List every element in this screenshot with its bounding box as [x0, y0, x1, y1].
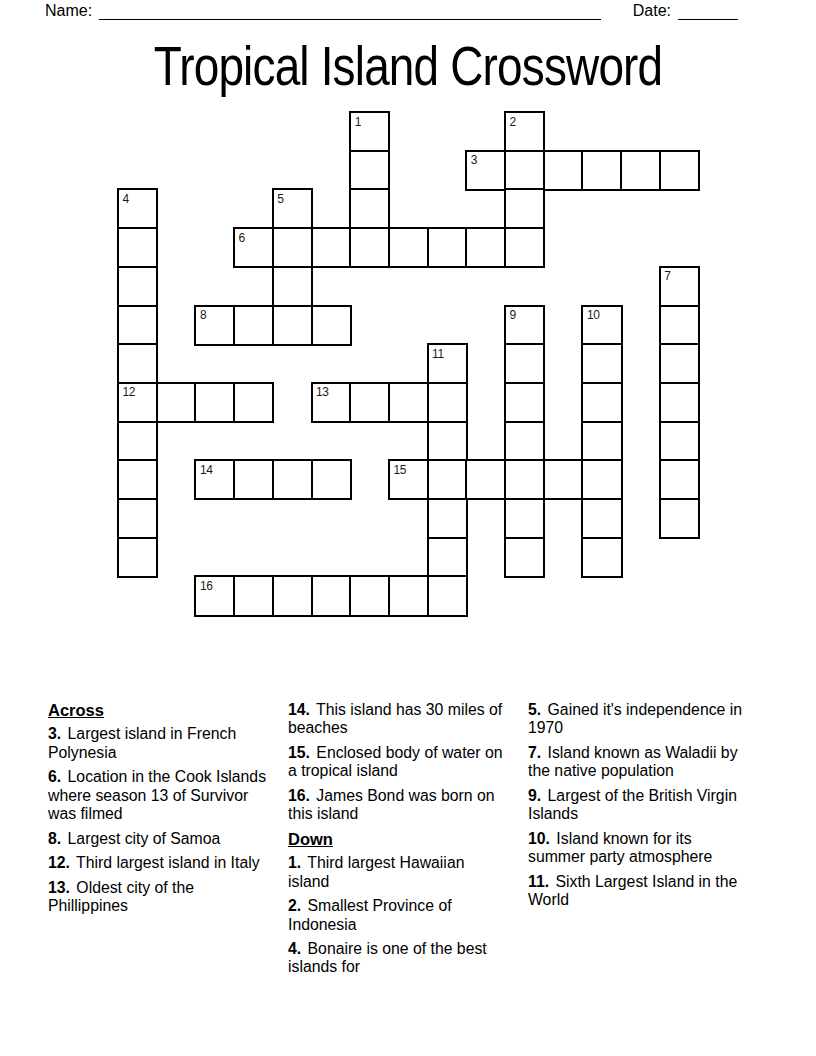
- grid-cell-r9c9[interactable]: [465, 459, 506, 500]
- clue-number: 15.: [288, 744, 310, 761]
- grid-cell-r2c6[interactable]: [349, 188, 390, 229]
- clue-6: 6. Location in the Cook Islands where se…: [48, 768, 267, 823]
- grid-cell-r12c2[interactable]: 16: [194, 575, 235, 616]
- grid-cell-r5c5[interactable]: [311, 305, 352, 346]
- cell-number: 11: [432, 348, 444, 360]
- grid-cell-r5c2[interactable]: 8: [194, 305, 235, 346]
- grid-cell-r7c12[interactable]: [581, 382, 622, 423]
- clue-16: 16. James Bond was born on this island: [288, 787, 507, 824]
- clue-3: 3. Largest island in French Polynesia: [48, 725, 267, 762]
- grid-cell-r3c0[interactable]: [117, 227, 158, 268]
- cell-number: 6: [239, 232, 245, 244]
- clue-text: Enclosed body of water on a tropical isl…: [288, 744, 503, 779]
- clue-number: 6.: [48, 768, 61, 785]
- cell-number: 12: [123, 386, 136, 398]
- cell-number: 3: [471, 154, 477, 166]
- grid-cell-r10c10[interactable]: [504, 498, 545, 539]
- grid-cell-r6c0[interactable]: [117, 343, 158, 384]
- cell-number: 16: [200, 580, 213, 592]
- grid-cell-r7c10[interactable]: [504, 382, 545, 423]
- grid-cell-r9c5[interactable]: [311, 459, 352, 500]
- grid-cell-r10c0[interactable]: [117, 498, 158, 539]
- clue-column-3: 5. Gained it's independence in 19707. Is…: [528, 701, 747, 983]
- grid-cell-r7c5[interactable]: 13: [311, 382, 352, 423]
- grid-cell-r9c12[interactable]: [581, 459, 622, 500]
- grid-cell-r1c9[interactable]: 3: [465, 150, 506, 191]
- clue-text: Third largest island in Italy: [72, 854, 260, 871]
- grid-cell-r10c8[interactable]: [427, 498, 468, 539]
- clue-10: 10. Island known for its summer party at…: [528, 830, 747, 867]
- worksheet-page: { "game": "crossword (blank/unsolved wor…: [0, 0, 816, 1056]
- grid-cell-r12c6[interactable]: [349, 575, 390, 616]
- grid-cell-r9c2[interactable]: 14: [194, 459, 235, 500]
- crossword-grid: 12345678910111213141516: [117, 111, 699, 615]
- grid-cell-r4c0[interactable]: [117, 266, 158, 307]
- cell-number: 2: [510, 116, 516, 128]
- clues-section: Across3. Largest island in French Polyne…: [48, 701, 747, 983]
- cell-number: 9: [510, 309, 516, 321]
- grid-cell-r1c10[interactable]: [504, 150, 545, 191]
- down-heading: Down: [288, 830, 507, 849]
- clue-text: Sixth Largest Island in the World: [528, 873, 737, 908]
- cell-number: 7: [664, 270, 670, 282]
- clue-text: Island known as Waladii by the native po…: [528, 744, 738, 779]
- name-input-line[interactable]: [99, 4, 601, 20]
- grid-cell-r12c3[interactable]: [233, 575, 274, 616]
- across-heading-text: Across: [48, 701, 104, 719]
- grid-cell-r8c8[interactable]: [427, 421, 468, 462]
- clue-12: 12. Third largest island in Italy: [48, 854, 267, 872]
- clue-number: 7.: [528, 744, 541, 761]
- grid-cell-r7c6[interactable]: [349, 382, 390, 423]
- cell-number: 13: [316, 386, 329, 398]
- clue-number: 5.: [528, 701, 541, 718]
- clue-8: 8. Largest city of Samoa: [48, 830, 267, 848]
- clue-5: 5. Gained it's independence in 1970: [528, 701, 747, 738]
- name-label: Name:: [45, 2, 92, 20]
- grid-cell-r5c12[interactable]: 10: [581, 305, 622, 346]
- clue-number: 11.: [528, 873, 549, 890]
- grid-cell-r6c8[interactable]: 11: [427, 343, 468, 384]
- grid-cell-r9c10[interactable]: [504, 459, 545, 500]
- grid-cell-r6c12[interactable]: [581, 343, 622, 384]
- grid-cell-r4c4[interactable]: [272, 266, 313, 307]
- grid-cell-r12c5[interactable]: [311, 575, 352, 616]
- clue-text: Island known for its summer party atmosp…: [528, 830, 712, 865]
- clue-text: Largest city of Samoa: [63, 830, 220, 847]
- grid-cell-r0c10[interactable]: 2: [504, 111, 545, 152]
- clue-text: Gained it's independence in 1970: [528, 701, 742, 736]
- clue-13: 13. Oldest city of the Phillippines: [48, 879, 267, 916]
- clue-7: 7. Island known as Waladii by the native…: [528, 744, 747, 781]
- cell-number: 14: [200, 464, 213, 476]
- clue-number: 13.: [48, 879, 70, 896]
- down-heading-text: Down: [288, 830, 333, 848]
- grid-cell-r2c0[interactable]: 4: [117, 188, 158, 229]
- grid-cell-r3c8[interactable]: [427, 227, 468, 268]
- cell-number: 10: [587, 309, 600, 321]
- grid-cell-r5c10[interactable]: 9: [504, 305, 545, 346]
- clue-text: Location in the Cook Islands where seaso…: [48, 768, 266, 822]
- grid-cell-r8c0[interactable]: [117, 421, 158, 462]
- cell-number: 8: [200, 309, 206, 321]
- across-heading: Across: [48, 701, 267, 720]
- grid-cell-r9c4[interactable]: [272, 459, 313, 500]
- grid-cell-r3c6[interactable]: [349, 227, 390, 268]
- clue-text: James Bond was born on this island: [288, 787, 495, 822]
- grid-cell-r3c9[interactable]: [465, 227, 506, 268]
- cell-number: 4: [123, 193, 129, 205]
- grid-cell-r3c10[interactable]: [504, 227, 545, 268]
- grid-cell-r9c11[interactable]: [543, 459, 584, 500]
- grid-cell-r5c3[interactable]: [233, 305, 274, 346]
- clue-text: Third largest Hawaiian island: [288, 854, 464, 889]
- clue-text: Smallest Province of Indonesia: [288, 897, 452, 932]
- grid-cell-r5c14[interactable]: [659, 305, 700, 346]
- grid-cell-r3c5[interactable]: [311, 227, 352, 268]
- clue-column-2: 14. This island has 30 miles of beaches1…: [288, 701, 507, 983]
- grid-cell-r11c12[interactable]: [581, 537, 622, 578]
- grid-cell-r12c8[interactable]: [427, 575, 468, 616]
- grid-cell-r6c14[interactable]: [659, 343, 700, 384]
- clue-4: 4. Bonaire is one of the best islands fo…: [288, 940, 507, 977]
- grid-cell-r10c12[interactable]: [581, 498, 622, 539]
- clue-1: 1. Third largest Hawaiian island: [288, 854, 507, 891]
- grid-cell-r7c1[interactable]: [156, 382, 197, 423]
- grid-cell-r3c3[interactable]: 6: [233, 227, 274, 268]
- grid-cell-r7c8[interactable]: [427, 382, 468, 423]
- clue-text: Largest island in French Polynesia: [48, 725, 236, 760]
- grid-cell-r1c6[interactable]: [349, 150, 390, 191]
- grid-cell-r8c12[interactable]: [581, 421, 622, 462]
- cell-number: 15: [393, 464, 406, 476]
- grid-cell-r4c14[interactable]: 7: [659, 266, 700, 307]
- grid-cell-r5c4[interactable]: [272, 305, 313, 346]
- grid-cell-r12c7[interactable]: [388, 575, 429, 616]
- grid-cell-r1c13[interactable]: [620, 150, 661, 191]
- clue-number: 12.: [48, 854, 70, 871]
- grid-cell-r6c10[interactable]: [504, 343, 545, 384]
- date-input-line[interactable]: [678, 4, 738, 20]
- clue-number: 8.: [48, 830, 61, 847]
- clue-number: 3.: [48, 725, 61, 742]
- grid-cell-r9c3[interactable]: [233, 459, 274, 500]
- grid-cell-r3c4[interactable]: [272, 227, 313, 268]
- cell-number: 5: [277, 193, 283, 205]
- clue-number: 9.: [528, 787, 541, 804]
- grid-cell-r1c12[interactable]: [581, 150, 622, 191]
- grid-cell-r7c3[interactable]: [233, 382, 274, 423]
- clue-14: 14. This island has 30 miles of beaches: [288, 701, 507, 738]
- clue-11: 11. Sixth Largest Island in the World: [528, 873, 747, 910]
- grid-cell-r7c14[interactable]: [659, 382, 700, 423]
- clue-number: 1.: [288, 854, 301, 871]
- clue-number: 14.: [288, 701, 310, 718]
- clue-number: 16.: [288, 787, 310, 804]
- grid-cell-r11c8[interactable]: [427, 537, 468, 578]
- grid-cell-r8c14[interactable]: [659, 421, 700, 462]
- grid-cell-r7c2[interactable]: [194, 382, 235, 423]
- grid-cell-r3c7[interactable]: [388, 227, 429, 268]
- cell-number: 1: [355, 116, 361, 128]
- clue-2: 2. Smallest Province of Indonesia: [288, 897, 507, 934]
- grid-cell-r1c11[interactable]: [543, 150, 584, 191]
- grid-cell-r5c0[interactable]: [117, 305, 158, 346]
- grid-cell-r11c0[interactable]: [117, 537, 158, 578]
- grid-cell-r7c7[interactable]: [388, 382, 429, 423]
- date-label: Date:: [633, 2, 671, 20]
- grid-cell-r7c0[interactable]: 12: [117, 382, 158, 423]
- clue-text: Bonaire is one of the best islands for: [288, 940, 487, 975]
- clue-9: 9. Largest of the British Virgin Islands: [528, 787, 747, 824]
- clue-number: 4.: [288, 940, 301, 957]
- grid-cell-r8c10[interactable]: [504, 421, 545, 462]
- clue-number: 10.: [528, 830, 550, 847]
- grid-cell-r9c0[interactable]: [117, 459, 158, 500]
- page-title: Tropical Island Crossword: [73, 33, 742, 98]
- clue-column-1: Across3. Largest island in French Polyne…: [48, 701, 267, 983]
- grid-cell-r2c4[interactable]: 5: [272, 188, 313, 229]
- grid-cell-r12c4[interactable]: [272, 575, 313, 616]
- grid-cell-r10c14[interactable]: [659, 498, 700, 539]
- grid-cell-r9c7[interactable]: 15: [388, 459, 429, 500]
- clue-15: 15. Enclosed body of water on a tropical…: [288, 744, 507, 781]
- grid-cell-r9c14[interactable]: [659, 459, 700, 500]
- clue-text: Largest of the British Virgin Islands: [528, 787, 737, 822]
- grid-cell-r11c10[interactable]: [504, 537, 545, 578]
- grid-cell-r2c10[interactable]: [504, 188, 545, 229]
- grid-cell-r1c14[interactable]: [659, 150, 700, 191]
- grid-cell-r9c8[interactable]: [427, 459, 468, 500]
- header-row: Name: Date:: [45, 2, 738, 20]
- clue-number: 2.: [288, 897, 301, 914]
- grid-cell-r0c6[interactable]: 1: [349, 111, 390, 152]
- clue-text: This island has 30 miles of beaches: [288, 701, 502, 736]
